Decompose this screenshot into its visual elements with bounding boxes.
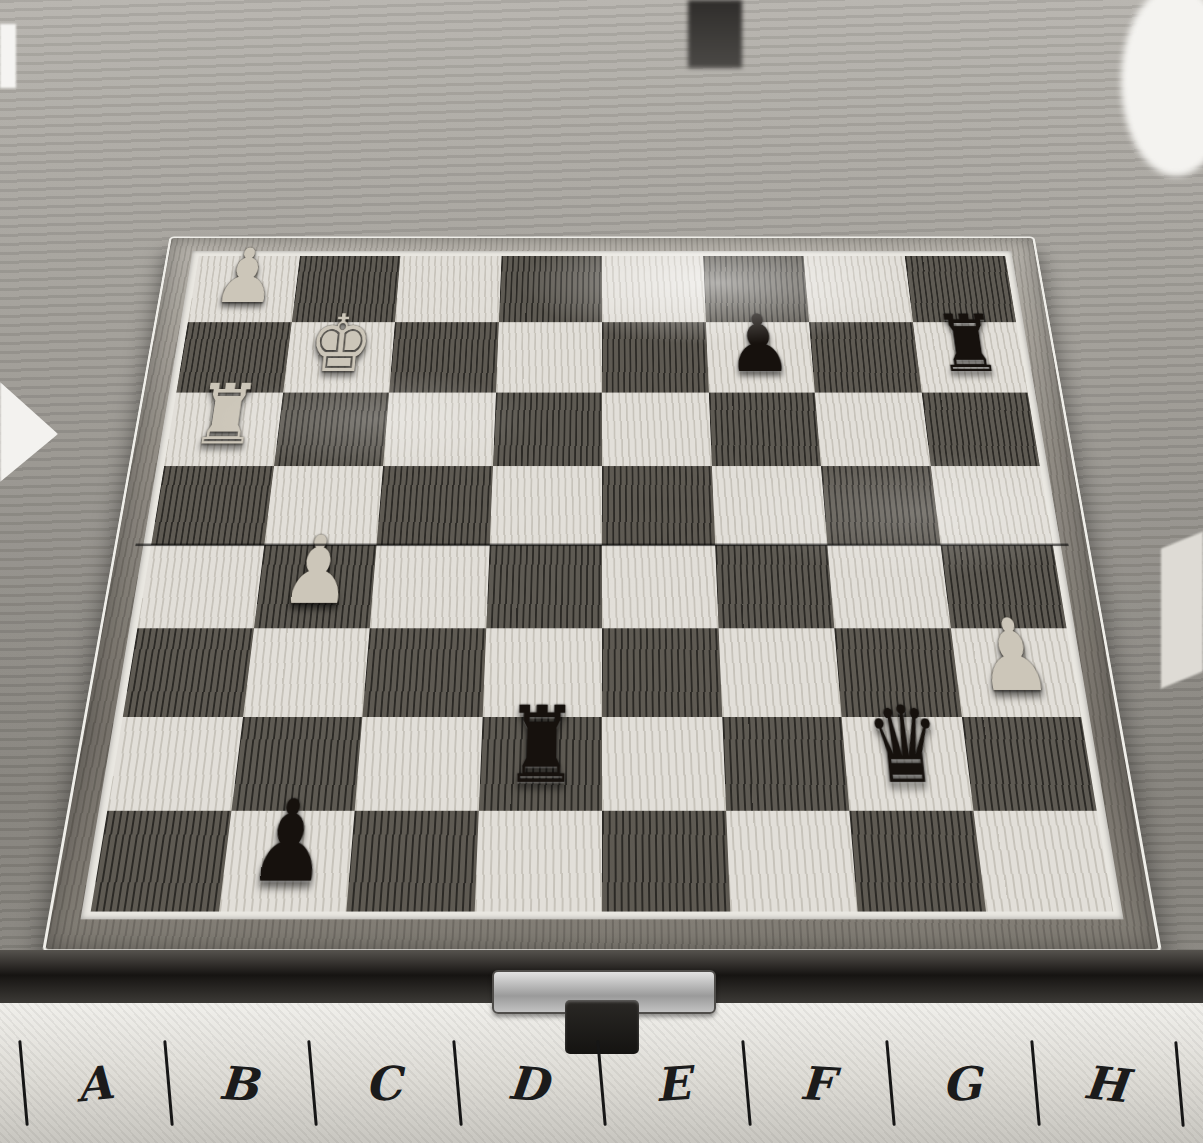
file-label-cell-c: C bbox=[311, 1032, 456, 1136]
square-h5[interactable] bbox=[930, 466, 1052, 545]
piece-white-pawn-b4[interactable]: ♟ bbox=[277, 524, 356, 620]
square-d7[interactable] bbox=[495, 322, 601, 392]
file-label-cell-b: B bbox=[167, 1032, 312, 1136]
square-f5[interactable] bbox=[711, 466, 827, 545]
square-h1[interactable] bbox=[973, 811, 1113, 912]
square-f1[interactable] bbox=[725, 811, 857, 912]
square-e2[interactable] bbox=[602, 717, 726, 811]
square-c4[interactable] bbox=[369, 545, 489, 628]
file-label-g: G bbox=[941, 1056, 982, 1111]
square-a1[interactable] bbox=[90, 811, 230, 912]
square-c7[interactable] bbox=[389, 322, 498, 392]
board-wooden-frame: ♟♚♟♜♜♟♟♜♛♟ bbox=[42, 236, 1162, 952]
square-e3[interactable] bbox=[602, 628, 722, 717]
square-f4[interactable] bbox=[714, 545, 834, 628]
piece-white-rook-a6[interactable]: ♜ bbox=[186, 374, 264, 460]
square-h3[interactable]: ♟ bbox=[950, 628, 1081, 717]
square-d4[interactable] bbox=[485, 545, 601, 628]
square-a2[interactable] bbox=[107, 717, 242, 811]
piece-black-pawn-b1[interactable]: ♟ bbox=[244, 786, 332, 902]
file-label-cell-h: H bbox=[1034, 1032, 1179, 1136]
square-c5[interactable] bbox=[376, 466, 492, 545]
board-perspective: ♟♚♟♜♜♟♟♜♛♟ bbox=[42, 236, 1162, 952]
square-e7[interactable] bbox=[602, 322, 708, 392]
square-b6[interactable] bbox=[273, 392, 389, 466]
square-e6[interactable] bbox=[602, 392, 711, 466]
square-d2[interactable]: ♜ bbox=[478, 717, 602, 811]
square-a8[interactable]: ♟ bbox=[187, 256, 299, 322]
piece-black-rook-h7[interactable]: ♜ bbox=[930, 305, 1005, 386]
square-a5[interactable] bbox=[151, 466, 273, 545]
square-g4[interactable] bbox=[827, 545, 950, 628]
square-d1[interactable] bbox=[474, 811, 602, 912]
square-a3[interactable] bbox=[122, 628, 253, 717]
photo-scene: ♟♚♟♜♜♟♟♜♛♟ A B C D E F G H bbox=[0, 0, 1203, 1143]
file-label-cell-g: G bbox=[889, 1032, 1034, 1136]
file-label-b: B bbox=[217, 1056, 260, 1113]
square-d6[interactable] bbox=[492, 392, 601, 466]
square-c3[interactable] bbox=[362, 628, 485, 717]
square-e5[interactable] bbox=[602, 466, 715, 545]
square-f2[interactable] bbox=[721, 717, 849, 811]
square-b1[interactable]: ♟ bbox=[218, 811, 354, 912]
square-b3[interactable] bbox=[242, 628, 369, 717]
square-c6[interactable] bbox=[383, 392, 496, 466]
piece-white-pawn-a8[interactable]: ♟ bbox=[209, 239, 282, 316]
background-light-edge bbox=[1161, 532, 1203, 689]
square-e8[interactable] bbox=[602, 256, 706, 322]
piece-white-king-b7[interactable]: ♚ bbox=[304, 305, 376, 386]
square-f3[interactable] bbox=[718, 628, 841, 717]
file-label-cell-d: D bbox=[456, 1032, 601, 1136]
square-g5[interactable] bbox=[820, 466, 939, 545]
square-a6[interactable]: ♜ bbox=[164, 392, 283, 466]
square-g2[interactable]: ♛ bbox=[841, 717, 972, 811]
piece-black-pawn-f7[interactable]: ♟ bbox=[724, 305, 793, 386]
chess-board: ♟♚♟♜♜♟♟♜♛♟ bbox=[42, 0, 1162, 952]
square-g7[interactable] bbox=[809, 322, 921, 392]
square-h6[interactable] bbox=[921, 392, 1040, 466]
square-c2[interactable] bbox=[354, 717, 482, 811]
square-g8[interactable] bbox=[803, 256, 912, 322]
board-grid: ♟♚♟♜♜♟♟♜♛♟ bbox=[90, 256, 1113, 912]
file-labels-row: A B C D E F G H bbox=[22, 1032, 1181, 1136]
piece-black-queen-g2[interactable]: ♛ bbox=[862, 694, 947, 803]
file-label-a: A bbox=[74, 1055, 115, 1112]
square-b7[interactable]: ♚ bbox=[282, 322, 394, 392]
square-f6[interactable] bbox=[708, 392, 821, 466]
background-white-sliver bbox=[0, 24, 16, 88]
square-h7[interactable]: ♜ bbox=[912, 322, 1027, 392]
file-label-f: F bbox=[799, 1056, 834, 1112]
file-label-e: E bbox=[653, 1056, 692, 1112]
file-label-c: C bbox=[364, 1056, 403, 1112]
piece-black-rook-d2[interactable]: ♜ bbox=[502, 694, 578, 803]
square-d8[interactable] bbox=[498, 256, 602, 322]
square-h2[interactable] bbox=[961, 717, 1096, 811]
file-label-d: D bbox=[506, 1055, 550, 1112]
square-a4[interactable] bbox=[137, 545, 263, 628]
square-d5[interactable] bbox=[489, 466, 602, 545]
square-g6[interactable] bbox=[814, 392, 930, 466]
square-g1[interactable] bbox=[849, 811, 985, 912]
file-label-cell-a: A bbox=[22, 1032, 167, 1136]
file-label-cell-e: E bbox=[600, 1032, 745, 1136]
square-e1[interactable] bbox=[602, 811, 730, 912]
square-f7[interactable]: ♟ bbox=[705, 322, 814, 392]
square-c8[interactable] bbox=[394, 256, 500, 322]
file-label-cell-f: F bbox=[745, 1032, 890, 1136]
square-c1[interactable] bbox=[346, 811, 478, 912]
square-e4[interactable] bbox=[602, 545, 718, 628]
board-inner-border: ♟♚♟♜♜♟♟♜♛♟ bbox=[80, 251, 1123, 919]
square-b4[interactable]: ♟ bbox=[253, 545, 376, 628]
file-label-h: H bbox=[1081, 1055, 1130, 1113]
